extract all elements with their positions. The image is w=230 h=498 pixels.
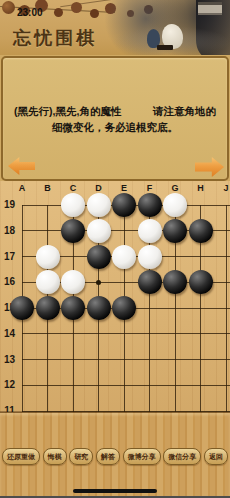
black-stone-F19 xyxy=(138,193,162,217)
back-button[interactable]: 返回 xyxy=(204,448,228,465)
row-label-17: 17 xyxy=(0,251,19,263)
column-label-B: B xyxy=(41,183,55,193)
row-label-14: 14 xyxy=(0,328,19,340)
wechat-share-button[interactable]: 微信分享 xyxy=(163,448,201,465)
white-stone-D18 xyxy=(87,219,111,243)
row-label-19: 19 xyxy=(0,199,19,211)
black-stone-D15 xyxy=(87,296,111,320)
previous-arrow-button[interactable] xyxy=(8,157,35,175)
black-stone-C15 xyxy=(61,296,85,320)
app-screen: 23:00 忘忧围棋 (黑先行),黑先,角的魔性 请注意角地的细微变化，务必追根… xyxy=(0,0,230,498)
grid-line-row-13 xyxy=(22,359,230,360)
column-label-C: C xyxy=(66,183,80,193)
white-stone-G19 xyxy=(163,193,187,217)
white-stone-C16 xyxy=(61,270,85,294)
column-label-H: H xyxy=(194,183,208,193)
white-stone-E17 xyxy=(112,245,136,269)
pavilion-sketch xyxy=(198,2,222,15)
research-button[interactable]: 研究 xyxy=(69,448,93,465)
column-label-E: E xyxy=(117,183,131,193)
plum-fruit-decoration xyxy=(2,1,15,14)
grid-line-col-J xyxy=(226,205,227,412)
go-board[interactable]: ABCDEFGHJ191817161514131211 xyxy=(0,181,230,412)
black-stone-E15 xyxy=(112,296,136,320)
column-label-J: J xyxy=(219,183,230,193)
star-point-D16 xyxy=(96,280,101,285)
grid-line-row-14 xyxy=(22,333,230,334)
restore-redo-button[interactable]: 还原重做 xyxy=(2,448,40,465)
white-stone-D19 xyxy=(87,193,111,217)
weibo-share-button[interactable]: 微博分享 xyxy=(123,448,161,465)
problem-panel: (黑先行),黑先,角的魔性 请注意角地的细微变化，务必追根究底。 xyxy=(1,56,229,181)
black-stone-E19 xyxy=(112,193,136,217)
white-stone-F17 xyxy=(138,245,162,269)
column-label-F: F xyxy=(143,183,157,193)
column-label-A: A xyxy=(15,183,29,193)
black-stone-H16 xyxy=(189,270,213,294)
go-board-table xyxy=(157,45,173,50)
black-stone-F16 xyxy=(138,270,162,294)
column-label-D: D xyxy=(92,183,106,193)
header-painting: 23:00 忘忧围棋 xyxy=(0,0,230,55)
bottom-toolbar: 还原重做 悔棋 研究 解答 微博分享 微信分享 返回 xyxy=(0,412,230,498)
grid-line-row-12 xyxy=(22,385,230,386)
black-stone-D17 xyxy=(87,245,111,269)
column-label-G: G xyxy=(168,183,182,193)
black-stone-G16 xyxy=(163,270,187,294)
home-indicator[interactable] xyxy=(73,489,157,493)
app-title: 忘忧围棋 xyxy=(13,26,97,50)
row-label-18: 18 xyxy=(0,225,19,237)
black-stone-G18 xyxy=(163,219,187,243)
toolbar-button-row: 还原重做 悔棋 研究 解答 微博分享 微信分享 返回 xyxy=(2,448,228,465)
black-stone-B15 xyxy=(36,296,60,320)
white-stone-B17 xyxy=(36,245,60,269)
black-stone-H18 xyxy=(189,219,213,243)
next-arrow-button[interactable] xyxy=(195,157,224,177)
black-stone-A15 xyxy=(10,296,34,320)
row-label-16: 16 xyxy=(0,276,19,288)
row-label-11: 11 xyxy=(0,405,19,412)
white-stone-C19 xyxy=(61,193,85,217)
undo-move-button[interactable]: 悔棋 xyxy=(43,448,67,465)
row-label-12: 12 xyxy=(0,379,19,391)
black-stone-C18 xyxy=(61,219,85,243)
row-label-13: 13 xyxy=(0,354,19,366)
white-stone-F18 xyxy=(138,219,162,243)
answer-button[interactable]: 解答 xyxy=(96,448,120,465)
status-bar-time: 23:00 xyxy=(17,7,43,18)
problem-description: (黑先行),黑先,角的魔性 请注意角地的细微变化，务必追根究底。 xyxy=(9,104,221,136)
white-stone-B16 xyxy=(36,270,60,294)
